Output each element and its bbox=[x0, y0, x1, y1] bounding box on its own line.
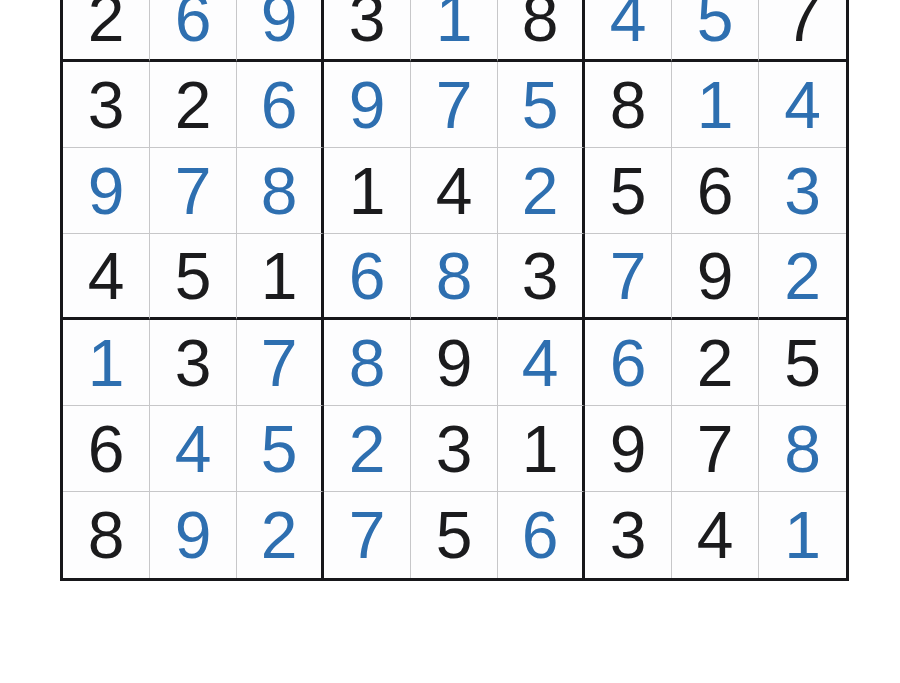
cell-digit: 7 bbox=[610, 243, 647, 309]
sudoku-cell-r4c7[interactable]: 8 bbox=[585, 62, 672, 148]
sudoku-cell-r6c3[interactable]: 1 bbox=[237, 234, 324, 320]
sudoku-cell-r7c6[interactable]: 4 bbox=[498, 320, 585, 406]
cell-digit: 7 bbox=[697, 416, 734, 482]
cell-digit: 7 bbox=[784, 0, 821, 51]
cell-digit: 9 bbox=[697, 243, 734, 309]
cell-digit: 6 bbox=[175, 0, 212, 51]
cell-digit: 9 bbox=[175, 502, 212, 568]
cell-digit: 7 bbox=[436, 72, 473, 138]
cell-digit: 1 bbox=[522, 416, 559, 482]
sudoku-cell-r5c5[interactable]: 4 bbox=[411, 148, 498, 234]
cell-digit: 7 bbox=[349, 502, 386, 568]
sudoku-cell-r5c1[interactable]: 9 bbox=[63, 148, 150, 234]
cell-digit: 8 bbox=[522, 0, 559, 51]
cell-digit: 8 bbox=[349, 330, 386, 396]
sudoku-cell-r3c9[interactable]: 7 bbox=[759, 0, 846, 62]
cell-digit: 1 bbox=[88, 330, 125, 396]
sudoku-cell-r7c5[interactable]: 9 bbox=[411, 320, 498, 406]
sudoku-cell-r9c5[interactable]: 5 bbox=[411, 492, 498, 578]
cell-digit: 9 bbox=[261, 0, 298, 51]
sudoku-cell-r6c4[interactable]: 6 bbox=[324, 234, 411, 320]
sudoku-cell-r9c6[interactable]: 6 bbox=[498, 492, 585, 578]
sudoku-cell-r4c3[interactable]: 6 bbox=[237, 62, 324, 148]
cell-digit: 7 bbox=[261, 330, 298, 396]
cell-digit: 5 bbox=[610, 158, 647, 224]
sudoku-cell-r5c7[interactable]: 5 bbox=[585, 148, 672, 234]
cell-digit: 3 bbox=[349, 0, 386, 51]
sudoku-cell-r8c8[interactable]: 7 bbox=[672, 406, 759, 492]
sudoku-cell-r3c2[interactable]: 6 bbox=[150, 0, 237, 62]
sudoku-cell-r5c6[interactable]: 2 bbox=[498, 148, 585, 234]
sudoku-cell-r5c2[interactable]: 7 bbox=[150, 148, 237, 234]
cell-digit: 3 bbox=[610, 502, 647, 568]
cell-digit: 2 bbox=[175, 72, 212, 138]
sudoku-cell-r6c8[interactable]: 9 bbox=[672, 234, 759, 320]
sudoku-cell-r7c7[interactable]: 6 bbox=[585, 320, 672, 406]
sudoku-cell-r8c4[interactable]: 2 bbox=[324, 406, 411, 492]
sudoku-cell-r9c1[interactable]: 8 bbox=[63, 492, 150, 578]
cell-digit: 3 bbox=[88, 72, 125, 138]
cell-digit: 4 bbox=[88, 243, 125, 309]
cell-digit: 2 bbox=[88, 0, 125, 51]
sudoku-cell-r4c6[interactable]: 5 bbox=[498, 62, 585, 148]
sudoku-cell-r8c7[interactable]: 9 bbox=[585, 406, 672, 492]
cell-digit: 6 bbox=[522, 502, 559, 568]
sudoku-cell-r3c3[interactable]: 9 bbox=[237, 0, 324, 62]
sudoku-cell-r8c6[interactable]: 1 bbox=[498, 406, 585, 492]
sudoku-cell-r6c6[interactable]: 3 bbox=[498, 234, 585, 320]
sudoku-cell-r7c8[interactable]: 2 bbox=[672, 320, 759, 406]
cell-digit: 7 bbox=[175, 158, 212, 224]
cell-digit: 8 bbox=[261, 158, 298, 224]
cell-digit: 9 bbox=[610, 416, 647, 482]
sudoku-cell-r6c2[interactable]: 5 bbox=[150, 234, 237, 320]
sudoku-cell-r5c3[interactable]: 8 bbox=[237, 148, 324, 234]
cell-digit: 2 bbox=[349, 416, 386, 482]
cell-digit: 2 bbox=[697, 330, 734, 396]
sudoku-cell-r9c8[interactable]: 4 bbox=[672, 492, 759, 578]
sudoku-cell-r7c1[interactable]: 1 bbox=[63, 320, 150, 406]
cell-digit: 1 bbox=[436, 0, 473, 51]
sudoku-cell-r5c4[interactable]: 1 bbox=[324, 148, 411, 234]
sudoku-cell-r3c4[interactable]: 3 bbox=[324, 0, 411, 62]
cell-digit: 8 bbox=[784, 416, 821, 482]
sudoku-cell-r4c9[interactable]: 4 bbox=[759, 62, 846, 148]
sudoku-cell-r3c5[interactable]: 1 bbox=[411, 0, 498, 62]
cell-digit: 8 bbox=[436, 243, 473, 309]
cell-digit: 6 bbox=[88, 416, 125, 482]
cell-digit: 5 bbox=[784, 330, 821, 396]
sudoku-cell-r5c8[interactable]: 6 bbox=[672, 148, 759, 234]
sudoku-cell-r8c3[interactable]: 5 bbox=[237, 406, 324, 492]
cell-digit: 9 bbox=[436, 330, 473, 396]
sudoku-cell-r4c8[interactable]: 1 bbox=[672, 62, 759, 148]
sudoku-cell-r8c1[interactable]: 6 bbox=[63, 406, 150, 492]
cell-digit: 6 bbox=[697, 158, 734, 224]
sudoku-cell-r4c1[interactable]: 3 bbox=[63, 62, 150, 148]
sudoku-cell-r6c1[interactable]: 4 bbox=[63, 234, 150, 320]
cell-digit: 4 bbox=[522, 330, 559, 396]
sudoku-grid: 2693184573269758149781425634516837921378… bbox=[63, 0, 846, 578]
cell-digit: 3 bbox=[436, 416, 473, 482]
sudoku-cell-r3c1[interactable]: 2 bbox=[63, 0, 150, 62]
cell-digit: 5 bbox=[175, 243, 212, 309]
sudoku-cell-r7c2[interactable]: 3 bbox=[150, 320, 237, 406]
cell-digit: 9 bbox=[349, 72, 386, 138]
sudoku-cell-r8c2[interactable]: 4 bbox=[150, 406, 237, 492]
sudoku-cell-r4c2[interactable]: 2 bbox=[150, 62, 237, 148]
sudoku-cell-r6c5[interactable]: 8 bbox=[411, 234, 498, 320]
cell-digit: 1 bbox=[349, 158, 386, 224]
cell-digit: 5 bbox=[522, 72, 559, 138]
cell-digit: 2 bbox=[522, 158, 559, 224]
cell-digit: 4 bbox=[697, 502, 734, 568]
sudoku-cell-r7c9[interactable]: 5 bbox=[759, 320, 846, 406]
cell-digit: 6 bbox=[610, 330, 647, 396]
cell-digit: 1 bbox=[261, 243, 298, 309]
sudoku-cell-r9c3[interactable]: 2 bbox=[237, 492, 324, 578]
cell-digit: 6 bbox=[261, 72, 298, 138]
sudoku-cell-r6c9[interactable]: 2 bbox=[759, 234, 846, 320]
cell-digit: 5 bbox=[261, 416, 298, 482]
cell-digit: 8 bbox=[88, 502, 125, 568]
sudoku-cell-r6c7[interactable]: 7 bbox=[585, 234, 672, 320]
sudoku-cell-r8c9[interactable]: 8 bbox=[759, 406, 846, 492]
cell-digit: 6 bbox=[349, 243, 386, 309]
sudoku-cell-r3c8[interactable]: 5 bbox=[672, 0, 759, 62]
sudoku-board: 2693184573269758149781425634516837921378… bbox=[60, 0, 849, 581]
sudoku-cell-r3c6[interactable]: 8 bbox=[498, 0, 585, 62]
cell-digit: 5 bbox=[697, 0, 734, 51]
sudoku-cell-r5c9[interactable]: 3 bbox=[759, 148, 846, 234]
cell-digit: 3 bbox=[175, 330, 212, 396]
sudoku-cell-r4c4[interactable]: 9 bbox=[324, 62, 411, 148]
cell-digit: 3 bbox=[784, 158, 821, 224]
screenshot-root: { "game": "sudoku", "view": { "state": "… bbox=[0, 0, 900, 683]
cell-digit: 2 bbox=[784, 243, 821, 309]
cell-digit: 9 bbox=[88, 158, 125, 224]
cell-digit: 4 bbox=[436, 158, 473, 224]
sudoku-cell-r7c3[interactable]: 7 bbox=[237, 320, 324, 406]
sudoku-cell-r9c7[interactable]: 3 bbox=[585, 492, 672, 578]
cell-digit: 4 bbox=[175, 416, 212, 482]
sudoku-cell-r4c5[interactable]: 7 bbox=[411, 62, 498, 148]
cell-digit: 2 bbox=[261, 502, 298, 568]
sudoku-cell-r9c9[interactable]: 1 bbox=[759, 492, 846, 578]
cell-digit: 4 bbox=[784, 72, 821, 138]
sudoku-cell-r7c4[interactable]: 8 bbox=[324, 320, 411, 406]
cell-digit: 8 bbox=[610, 72, 647, 138]
cell-digit: 3 bbox=[522, 243, 559, 309]
cell-digit: 5 bbox=[436, 502, 473, 568]
sudoku-cell-r9c2[interactable]: 9 bbox=[150, 492, 237, 578]
cell-digit: 1 bbox=[784, 502, 821, 568]
cell-digit: 4 bbox=[610, 0, 647, 51]
sudoku-cell-r3c7[interactable]: 4 bbox=[585, 0, 672, 62]
cell-digit: 1 bbox=[697, 72, 734, 138]
sudoku-cell-r9c4[interactable]: 7 bbox=[324, 492, 411, 578]
sudoku-cell-r8c5[interactable]: 3 bbox=[411, 406, 498, 492]
